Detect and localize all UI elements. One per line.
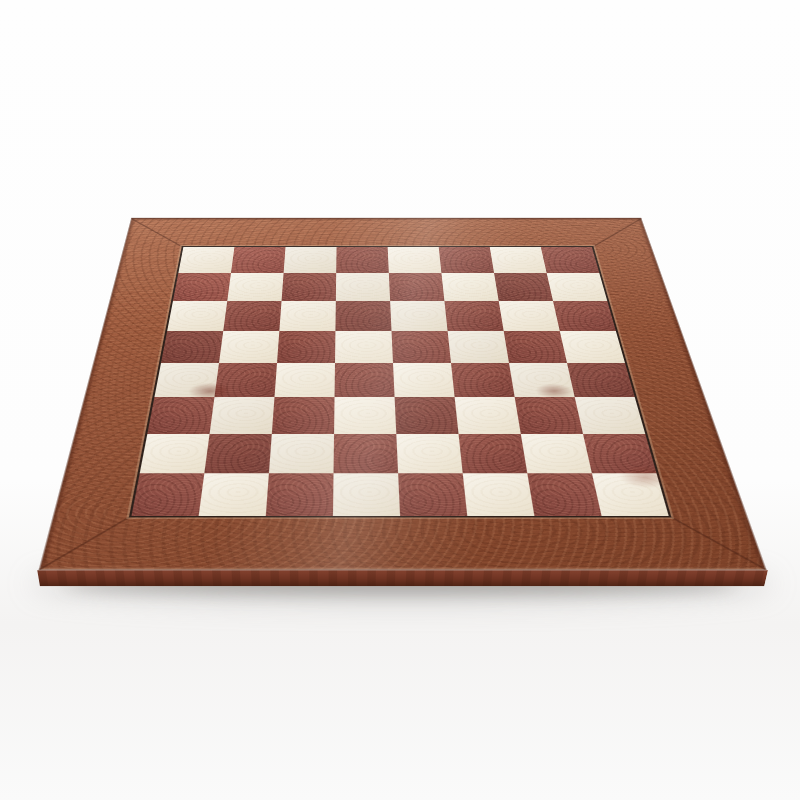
square-g4[interactable]	[509, 363, 575, 397]
square-c7[interactable]	[282, 273, 337, 301]
frame-miter-joint-bottom-right	[670, 516, 766, 569]
frame-miter-joint-top-left	[131, 218, 183, 246]
chess-board	[38, 218, 766, 571]
square-e3[interactable]	[395, 397, 459, 434]
photo-background	[0, 0, 800, 800]
square-f5[interactable]	[448, 331, 509, 363]
square-h2[interactable]	[583, 434, 657, 473]
square-d4[interactable]	[335, 363, 395, 397]
square-a2[interactable]	[140, 434, 210, 473]
frame-miter-joint-bottom-left	[39, 516, 130, 569]
square-f4[interactable]	[451, 363, 515, 397]
square-a4[interactable]	[154, 363, 219, 397]
square-b6[interactable]	[223, 301, 281, 331]
frame-miter-joint-top-right	[593, 218, 642, 246]
square-f6[interactable]	[444, 301, 503, 331]
square-e2[interactable]	[396, 434, 462, 473]
square-e8[interactable]	[388, 247, 442, 273]
square-a6[interactable]	[167, 301, 227, 331]
square-c3[interactable]	[272, 397, 335, 434]
square-g5[interactable]	[504, 331, 567, 363]
board-top-surface	[38, 218, 766, 571]
square-f1[interactable]	[463, 473, 535, 516]
playing-area	[129, 246, 672, 518]
square-g8[interactable]	[490, 247, 547, 273]
square-b4[interactable]	[214, 363, 277, 397]
square-c4[interactable]	[274, 363, 335, 397]
board-front-edge	[37, 570, 768, 586]
square-f3[interactable]	[455, 397, 521, 434]
square-f7[interactable]	[441, 273, 498, 301]
square-h7[interactable]	[547, 273, 608, 301]
square-d6[interactable]	[335, 301, 391, 331]
square-h8[interactable]	[541, 247, 600, 273]
square-c2[interactable]	[269, 434, 334, 473]
square-d7[interactable]	[336, 273, 390, 301]
square-g3[interactable]	[515, 397, 583, 434]
square-g2[interactable]	[521, 434, 592, 473]
square-h6[interactable]	[553, 301, 616, 331]
square-b1[interactable]	[199, 473, 269, 516]
square-d3[interactable]	[334, 397, 396, 434]
square-b3[interactable]	[210, 397, 275, 434]
square-d8[interactable]	[336, 247, 389, 273]
square-h3[interactable]	[575, 397, 646, 434]
square-b8[interactable]	[231, 247, 286, 273]
square-c5[interactable]	[277, 331, 335, 363]
square-e7[interactable]	[389, 273, 445, 301]
square-c1[interactable]	[266, 473, 334, 516]
square-g1[interactable]	[527, 473, 601, 516]
square-d2[interactable]	[334, 434, 399, 473]
square-f8[interactable]	[439, 247, 494, 273]
square-a8[interactable]	[178, 247, 234, 273]
square-d1[interactable]	[333, 473, 400, 516]
square-d5[interactable]	[335, 331, 393, 363]
square-a3[interactable]	[147, 397, 214, 434]
square-g7[interactable]	[494, 273, 553, 301]
square-h4[interactable]	[567, 363, 635, 397]
chess-board-scene	[93, 63, 693, 663]
square-e5[interactable]	[392, 331, 451, 363]
square-c6[interactable]	[279, 301, 335, 331]
square-g6[interactable]	[499, 301, 560, 331]
square-a5[interactable]	[161, 331, 223, 363]
square-e4[interactable]	[393, 363, 455, 397]
square-b2[interactable]	[204, 434, 271, 473]
square-c8[interactable]	[284, 247, 337, 273]
square-b7[interactable]	[227, 273, 283, 301]
square-e6[interactable]	[390, 301, 447, 331]
square-h5[interactable]	[560, 331, 625, 363]
square-f2[interactable]	[459, 434, 528, 473]
square-a7[interactable]	[173, 273, 231, 301]
square-a1[interactable]	[132, 473, 205, 516]
square-b5[interactable]	[219, 331, 279, 363]
square-h1[interactable]	[592, 473, 669, 516]
square-e1[interactable]	[398, 473, 467, 516]
